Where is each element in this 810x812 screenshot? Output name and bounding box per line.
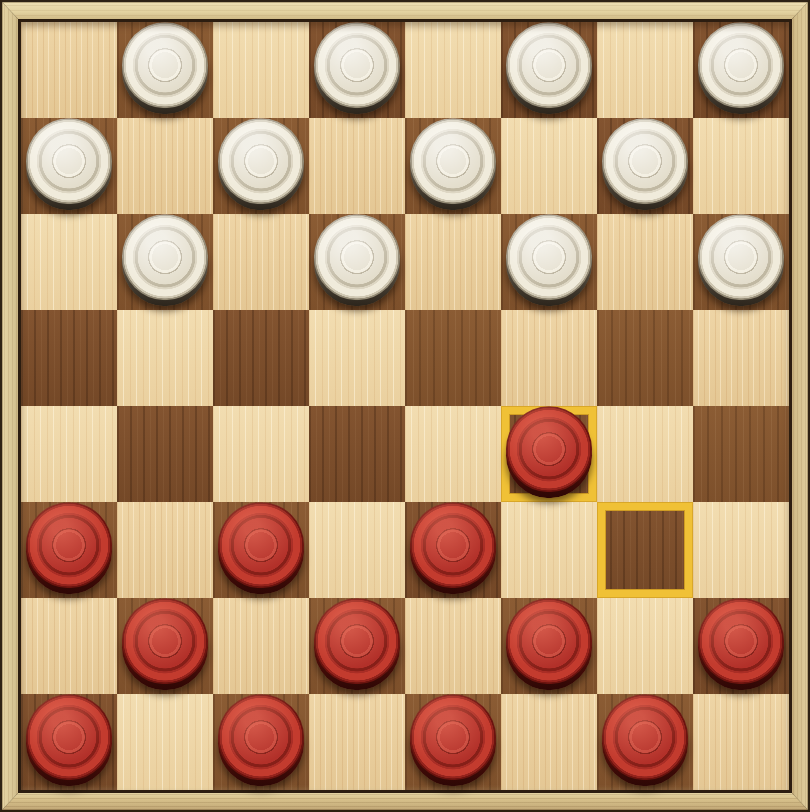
checkers-board: ⛀⛀⛀⛀⛀⛀⛀⛀⛀⛀⛀⛀⛂⛂⛂⛂⛂⛂⛂⛂⛂⛂⛂⛂ <box>21 22 789 790</box>
piece-top <box>122 598 208 684</box>
piece-top <box>602 118 688 204</box>
white-piece-r1c2[interactable]: ⛀ <box>218 118 304 210</box>
piece-top <box>314 598 400 684</box>
square-r2c1[interactable]: ⛀ <box>117 214 213 310</box>
red-piece-r7c2[interactable]: ⛂ <box>218 694 304 786</box>
square-r1c1 <box>117 118 213 214</box>
square-r4c2 <box>213 406 309 502</box>
piece-top <box>602 694 688 780</box>
square-r7c1 <box>117 694 213 790</box>
piece-top <box>26 694 112 780</box>
red-piece-r6c1[interactable]: ⛂ <box>122 598 208 690</box>
square-r6c5[interactable]: ⛂ <box>501 598 597 694</box>
red-piece-r7c4[interactable]: ⛂ <box>410 694 496 786</box>
square-r4c0 <box>21 406 117 502</box>
square-r6c0 <box>21 598 117 694</box>
red-piece-r6c7[interactable]: ⛂ <box>698 598 784 690</box>
white-piece-r0c3[interactable]: ⛀ <box>314 22 400 114</box>
square-r4c6 <box>597 406 693 502</box>
square-r6c3[interactable]: ⛂ <box>309 598 405 694</box>
piece-top <box>410 502 496 588</box>
square-r4c4 <box>405 406 501 502</box>
piece-top <box>314 214 400 300</box>
white-piece-r2c7[interactable]: ⛀ <box>698 214 784 306</box>
red-piece-r6c5[interactable]: ⛂ <box>506 598 592 690</box>
square-r5c4[interactable]: ⛂ <box>405 502 501 598</box>
piece-top <box>314 22 400 108</box>
square-r2c4 <box>405 214 501 310</box>
square-r1c6[interactable]: ⛀ <box>597 118 693 214</box>
piece-top <box>26 502 112 588</box>
piece-top <box>410 694 496 780</box>
square-r2c5[interactable]: ⛀ <box>501 214 597 310</box>
square-r6c2 <box>213 598 309 694</box>
wooden-frame-right <box>789 0 810 812</box>
square-r0c0 <box>21 22 117 118</box>
white-piece-r2c5[interactable]: ⛀ <box>506 214 592 306</box>
square-r5c7 <box>693 502 789 598</box>
square-r1c0[interactable]: ⛀ <box>21 118 117 214</box>
square-r3c7 <box>693 310 789 406</box>
piece-top <box>218 694 304 780</box>
red-piece-r4c5[interactable]: ⛂ <box>506 406 592 498</box>
white-piece-r0c7[interactable]: ⛀ <box>698 22 784 114</box>
square-r3c1 <box>117 310 213 406</box>
wooden-frame-top <box>0 0 810 22</box>
wooden-frame-left <box>0 0 21 812</box>
white-piece-r1c4[interactable]: ⛀ <box>410 118 496 210</box>
red-piece-r5c4[interactable]: ⛂ <box>410 502 496 594</box>
piece-top <box>218 118 304 204</box>
piece-top <box>506 406 592 492</box>
square-r2c2 <box>213 214 309 310</box>
square-r3c2[interactable] <box>213 310 309 406</box>
red-piece-r7c6[interactable]: ⛂ <box>602 694 688 786</box>
square-r5c0[interactable]: ⛂ <box>21 502 117 598</box>
square-r5c1 <box>117 502 213 598</box>
white-piece-r0c5[interactable]: ⛀ <box>506 22 592 114</box>
square-r4c3[interactable] <box>309 406 405 502</box>
square-r4c7[interactable] <box>693 406 789 502</box>
square-r1c2[interactable]: ⛀ <box>213 118 309 214</box>
piece-top <box>698 22 784 108</box>
square-r0c1[interactable]: ⛀ <box>117 22 213 118</box>
square-r3c6[interactable] <box>597 310 693 406</box>
square-r0c4 <box>405 22 501 118</box>
square-r7c2[interactable]: ⛂ <box>213 694 309 790</box>
square-r3c0[interactable] <box>21 310 117 406</box>
square-r3c5 <box>501 310 597 406</box>
square-r6c1[interactable]: ⛂ <box>117 598 213 694</box>
white-piece-r0c1[interactable]: ⛀ <box>122 22 208 114</box>
square-r7c5 <box>501 694 597 790</box>
square-r5c3 <box>309 502 405 598</box>
wooden-frame-bottom <box>0 790 810 812</box>
red-piece-r5c2[interactable]: ⛂ <box>218 502 304 594</box>
square-r3c4[interactable] <box>405 310 501 406</box>
square-r7c3 <box>309 694 405 790</box>
piece-top <box>506 214 592 300</box>
piece-top <box>410 118 496 204</box>
square-r5c2[interactable]: ⛂ <box>213 502 309 598</box>
square-r6c7[interactable]: ⛂ <box>693 598 789 694</box>
square-r1c4[interactable]: ⛀ <box>405 118 501 214</box>
square-r4c5-lastmove-to[interactable]: ⛂ <box>501 406 597 502</box>
square-r2c6 <box>597 214 693 310</box>
white-piece-r2c3[interactable]: ⛀ <box>314 214 400 306</box>
square-r1c3 <box>309 118 405 214</box>
square-r6c6 <box>597 598 693 694</box>
piece-top <box>698 214 784 300</box>
square-r1c5 <box>501 118 597 214</box>
piece-top <box>506 22 592 108</box>
square-r0c5[interactable]: ⛀ <box>501 22 597 118</box>
square-r3c3 <box>309 310 405 406</box>
square-r7c4[interactable]: ⛂ <box>405 694 501 790</box>
red-piece-r6c3[interactable]: ⛂ <box>314 598 400 690</box>
white-piece-r1c6[interactable]: ⛀ <box>602 118 688 210</box>
square-r2c7[interactable]: ⛀ <box>693 214 789 310</box>
piece-top <box>26 118 112 204</box>
square-r4c1[interactable] <box>117 406 213 502</box>
piece-top <box>122 22 208 108</box>
red-piece-r5c0[interactable]: ⛂ <box>26 502 112 594</box>
piece-top <box>506 598 592 684</box>
square-r1c7 <box>693 118 789 214</box>
square-r2c3[interactable]: ⛀ <box>309 214 405 310</box>
square-r2c0 <box>21 214 117 310</box>
square-r5c5 <box>501 502 597 598</box>
white-piece-r1c0[interactable]: ⛀ <box>26 118 112 210</box>
piece-top <box>698 598 784 684</box>
square-r7c7 <box>693 694 789 790</box>
square-r6c4 <box>405 598 501 694</box>
square-r0c7[interactable]: ⛀ <box>693 22 789 118</box>
square-r5c6-lastmove-from[interactable] <box>597 502 693 598</box>
square-r7c0[interactable]: ⛂ <box>21 694 117 790</box>
white-piece-r2c1[interactable]: ⛀ <box>122 214 208 306</box>
square-r0c6 <box>597 22 693 118</box>
piece-top <box>122 214 208 300</box>
piece-top <box>218 502 304 588</box>
red-piece-r7c0[interactable]: ⛂ <box>26 694 112 786</box>
square-r0c2 <box>213 22 309 118</box>
square-r0c3[interactable]: ⛀ <box>309 22 405 118</box>
square-r7c6[interactable]: ⛂ <box>597 694 693 790</box>
